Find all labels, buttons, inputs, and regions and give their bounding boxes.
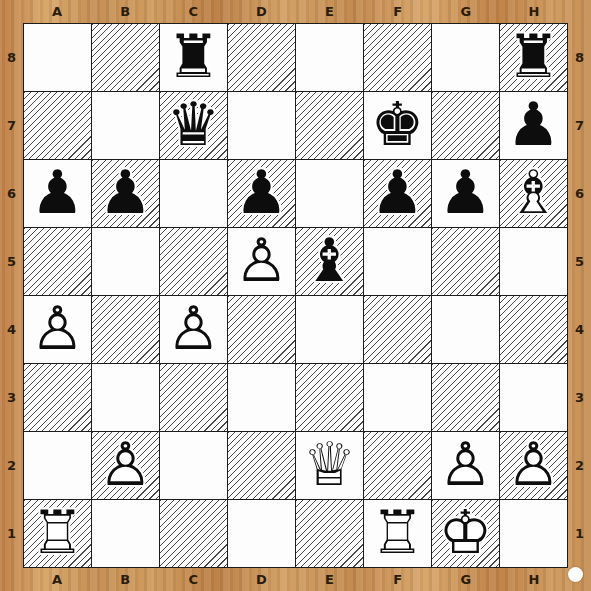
chessboard-app: ABCDEFGH ABCDEFGH 87654321 87654321 ♜♜♛♚… <box>0 0 591 591</box>
file-label-d: D <box>227 568 295 591</box>
piece-black-pawn[interactable]: ♟ <box>500 92 567 159</box>
white-rook-glyph-outline: ♖ <box>24 501 91 561</box>
file-label-h: H <box>500 568 568 591</box>
black-pawn-glyph-fill: ♟ <box>228 161 295 221</box>
rank-labels-right: 87654321 <box>568 23 591 568</box>
black-pawn-glyph-fill: ♟ <box>432 161 499 221</box>
black-rook-glyph-fill: ♜ <box>160 25 227 85</box>
piece-white-pawn[interactable]: ♟♙ <box>92 432 159 499</box>
square-e4[interactable] <box>296 296 363 363</box>
file-label-a: A <box>23 568 91 591</box>
black-king-glyph-fill: ♚ <box>364 93 431 153</box>
square-d6[interactable]: ♟ <box>228 160 295 227</box>
file-labels-top: ABCDEFGH <box>23 0 568 23</box>
rank-label-4: 4 <box>568 296 591 364</box>
square-c4[interactable]: ♟♙ <box>160 296 227 363</box>
square-f1[interactable]: ♜♖ <box>364 500 431 567</box>
square-c6[interactable] <box>160 160 227 227</box>
piece-white-pawn[interactable]: ♟♙ <box>432 432 499 499</box>
rank-label-1: 1 <box>0 500 23 568</box>
piece-black-pawn[interactable]: ♟ <box>228 160 295 227</box>
rank-label-6: 6 <box>568 159 591 227</box>
square-d4[interactable] <box>228 296 295 363</box>
white-bishop-glyph-outline: ♗ <box>500 161 567 221</box>
chess-board: ♜♜♛♚♟♟♟♟♟♟♝♗♟♙♝♟♙♟♙♟♙♛♕♟♙♟♙♜♖♜♖♚♔ <box>23 23 568 568</box>
square-b7[interactable] <box>92 92 159 159</box>
square-g6[interactable]: ♟ <box>432 160 499 227</box>
file-labels-bottom: ABCDEFGH <box>23 568 568 591</box>
rank-label-7: 7 <box>0 91 23 159</box>
rank-label-1: 1 <box>568 500 591 568</box>
piece-black-pawn[interactable]: ♟ <box>364 160 431 227</box>
rank-label-6: 6 <box>0 159 23 227</box>
file-label-a: A <box>23 0 91 23</box>
piece-black-king[interactable]: ♚ <box>364 92 431 159</box>
square-b2[interactable]: ♟♙ <box>92 432 159 499</box>
white-queen-glyph-outline: ♕ <box>296 433 363 493</box>
square-d2[interactable] <box>228 432 295 499</box>
square-g7[interactable] <box>432 92 499 159</box>
square-g4[interactable] <box>432 296 499 363</box>
square-c8[interactable]: ♜ <box>160 24 227 91</box>
square-g1[interactable]: ♚♔ <box>432 500 499 567</box>
piece-white-rook[interactable]: ♜♖ <box>24 500 91 567</box>
white-pawn-glyph-fill: ♟ <box>24 297 91 357</box>
white-rook-glyph-outline: ♖ <box>364 501 431 561</box>
square-e1[interactable] <box>296 500 363 567</box>
square-a5[interactable] <box>24 228 91 295</box>
square-e3[interactable] <box>296 364 363 431</box>
square-d7[interactable] <box>228 92 295 159</box>
black-pawn-glyph-fill: ♟ <box>24 161 91 221</box>
square-e5[interactable]: ♝ <box>296 228 363 295</box>
square-f6[interactable]: ♟ <box>364 160 431 227</box>
file-label-e: E <box>296 0 364 23</box>
square-a6[interactable]: ♟ <box>24 160 91 227</box>
piece-black-rook[interactable]: ♜ <box>500 24 567 91</box>
rank-label-8: 8 <box>0 23 23 91</box>
file-label-f: F <box>364 0 432 23</box>
piece-white-king[interactable]: ♚♔ <box>432 500 499 567</box>
square-e7[interactable] <box>296 92 363 159</box>
square-a2[interactable] <box>24 432 91 499</box>
white-king-glyph-fill: ♚ <box>432 501 499 561</box>
square-c2[interactable] <box>160 432 227 499</box>
square-d3[interactable] <box>228 364 295 431</box>
piece-white-pawn[interactable]: ♟♙ <box>500 432 567 499</box>
piece-white-pawn[interactable]: ♟♙ <box>160 296 227 363</box>
rank-label-2: 2 <box>0 432 23 500</box>
white-bishop-glyph-fill: ♝ <box>500 161 567 221</box>
square-g2[interactable]: ♟♙ <box>432 432 499 499</box>
white-pawn-glyph-outline: ♙ <box>228 229 295 289</box>
file-label-c: C <box>159 0 227 23</box>
white-rook-glyph-fill: ♜ <box>364 501 431 561</box>
white-pawn-glyph-outline: ♙ <box>500 433 567 493</box>
file-label-f: F <box>364 568 432 591</box>
white-king-glyph-outline: ♔ <box>432 501 499 561</box>
square-f5[interactable] <box>364 228 431 295</box>
square-c7[interactable]: ♛ <box>160 92 227 159</box>
white-pawn-glyph-outline: ♙ <box>24 297 91 357</box>
square-c5[interactable] <box>160 228 227 295</box>
piece-black-pawn[interactable]: ♟ <box>24 160 91 227</box>
white-rook-glyph-fill: ♜ <box>24 501 91 561</box>
square-h1[interactable] <box>500 500 567 567</box>
piece-white-pawn[interactable]: ♟♙ <box>228 228 295 295</box>
black-queen-glyph-fill: ♛ <box>160 93 227 153</box>
square-b8[interactable] <box>92 24 159 91</box>
square-f8[interactable] <box>364 24 431 91</box>
piece-black-bishop[interactable]: ♝ <box>296 228 363 295</box>
square-e6[interactable] <box>296 160 363 227</box>
white-pawn-glyph-fill: ♟ <box>432 433 499 493</box>
square-b4[interactable] <box>92 296 159 363</box>
file-label-h: H <box>500 0 568 23</box>
square-h4[interactable] <box>500 296 567 363</box>
black-pawn-glyph-fill: ♟ <box>92 161 159 221</box>
square-h2[interactable]: ♟♙ <box>500 432 567 499</box>
side-to-move-indicator <box>568 567 583 582</box>
square-d8[interactable] <box>228 24 295 91</box>
square-b5[interactable] <box>92 228 159 295</box>
white-pawn-glyph-outline: ♙ <box>92 433 159 493</box>
square-b6[interactable]: ♟ <box>92 160 159 227</box>
square-d5[interactable]: ♟♙ <box>228 228 295 295</box>
square-g8[interactable] <box>432 24 499 91</box>
square-e2[interactable]: ♛♕ <box>296 432 363 499</box>
square-a4[interactable]: ♟♙ <box>24 296 91 363</box>
square-g5[interactable] <box>432 228 499 295</box>
square-c3[interactable] <box>160 364 227 431</box>
piece-black-rook[interactable]: ♜ <box>160 24 227 91</box>
rank-label-3: 3 <box>0 364 23 432</box>
square-a8[interactable] <box>24 24 91 91</box>
white-pawn-glyph-fill: ♟ <box>92 433 159 493</box>
file-label-c: C <box>159 568 227 591</box>
square-h8[interactable]: ♜ <box>500 24 567 91</box>
square-h7[interactable]: ♟ <box>500 92 567 159</box>
square-c1[interactable] <box>160 500 227 567</box>
square-f2[interactable] <box>364 432 431 499</box>
square-h6[interactable]: ♝♗ <box>500 160 567 227</box>
file-label-g: G <box>432 568 500 591</box>
rank-labels-left: 87654321 <box>0 23 23 568</box>
black-pawn-glyph-fill: ♟ <box>364 161 431 221</box>
piece-black-pawn[interactable]: ♟ <box>432 160 499 227</box>
rank-label-8: 8 <box>568 23 591 91</box>
file-label-b: B <box>91 0 159 23</box>
piece-white-pawn[interactable]: ♟♙ <box>24 296 91 363</box>
square-b1[interactable] <box>92 500 159 567</box>
square-d1[interactable] <box>228 500 295 567</box>
square-b3[interactable] <box>92 364 159 431</box>
piece-black-pawn[interactable]: ♟ <box>92 160 159 227</box>
rank-label-3: 3 <box>568 364 591 432</box>
white-pawn-glyph-fill: ♟ <box>228 229 295 289</box>
rank-label-5: 5 <box>568 227 591 295</box>
square-f7[interactable]: ♚ <box>364 92 431 159</box>
square-g3[interactable] <box>432 364 499 431</box>
black-bishop-glyph-fill: ♝ <box>296 229 363 289</box>
square-e8[interactable] <box>296 24 363 91</box>
square-h5[interactable] <box>500 228 567 295</box>
rank-label-5: 5 <box>0 227 23 295</box>
white-pawn-glyph-fill: ♟ <box>500 433 567 493</box>
square-f4[interactable] <box>364 296 431 363</box>
piece-black-queen[interactable]: ♛ <box>160 92 227 159</box>
piece-white-queen[interactable]: ♛♕ <box>296 432 363 499</box>
rank-label-7: 7 <box>568 91 591 159</box>
file-label-b: B <box>91 568 159 591</box>
white-queen-glyph-fill: ♛ <box>296 433 363 493</box>
square-a3[interactable] <box>24 364 91 431</box>
file-label-g: G <box>432 0 500 23</box>
square-a7[interactable] <box>24 92 91 159</box>
rank-label-2: 2 <box>568 432 591 500</box>
white-pawn-glyph-fill: ♟ <box>160 297 227 357</box>
black-pawn-glyph-fill: ♟ <box>500 93 567 153</box>
file-label-e: E <box>296 568 364 591</box>
square-h3[interactable] <box>500 364 567 431</box>
rank-label-4: 4 <box>0 296 23 364</box>
square-a1[interactable]: ♜♖ <box>24 500 91 567</box>
white-pawn-glyph-outline: ♙ <box>432 433 499 493</box>
black-rook-glyph-fill: ♜ <box>500 25 567 85</box>
white-pawn-glyph-outline: ♙ <box>160 297 227 357</box>
piece-white-bishop[interactable]: ♝♗ <box>500 160 567 227</box>
file-label-d: D <box>227 0 295 23</box>
piece-white-rook[interactable]: ♜♖ <box>364 500 431 567</box>
square-f3[interactable] <box>364 364 431 431</box>
